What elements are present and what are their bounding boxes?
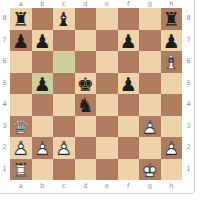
- chess-board-widget: ♜♝♜♟♟♟♟♝♗♟♚♟♞♛♕♟♙♟♙♟♙♟♙♟♙♜♖♚♔ aabbccddee…: [0, 0, 200, 200]
- file-label-bottom-f: f: [118, 182, 140, 190]
- square-a8[interactable]: ♜: [10, 8, 32, 30]
- rank-label-left-4: 4: [0, 94, 9, 116]
- square-e7[interactable]: [96, 30, 118, 52]
- square-d7[interactable]: [75, 30, 97, 52]
- square-f4[interactable]: [118, 94, 140, 116]
- file-label-bottom-d: d: [75, 182, 97, 190]
- rank-label-left-6: 6: [0, 51, 9, 73]
- file-label-top-f: f: [118, 0, 140, 8]
- square-b2[interactable]: ♟♙: [32, 137, 54, 159]
- black-bishop[interactable]: ♝: [53, 8, 75, 30]
- white-pawn[interactable]: ♟♙: [139, 116, 161, 138]
- rank-label-left-2: 2: [0, 137, 9, 159]
- square-h6[interactable]: ♝♗: [161, 51, 183, 73]
- file-label-top-d: d: [75, 0, 97, 8]
- black-king[interactable]: ♚: [75, 73, 97, 95]
- square-d8[interactable]: [75, 8, 97, 30]
- square-a5[interactable]: [10, 73, 32, 95]
- square-a6[interactable]: [10, 51, 32, 73]
- square-d5[interactable]: ♚: [75, 73, 97, 95]
- black-knight[interactable]: ♞: [75, 94, 97, 116]
- square-g1[interactable]: ♚♔: [139, 159, 161, 181]
- square-c6[interactable]: [53, 51, 75, 73]
- square-e6[interactable]: [96, 51, 118, 73]
- square-a3[interactable]: ♛♕: [10, 116, 32, 138]
- rank-label-right-6: 6: [184, 51, 193, 73]
- square-e5[interactable]: [96, 73, 118, 95]
- square-d2[interactable]: [75, 137, 97, 159]
- white-queen[interactable]: ♛♕: [10, 116, 32, 138]
- black-pawn[interactable]: ♟: [10, 30, 32, 52]
- square-h1[interactable]: [161, 159, 183, 181]
- square-g4[interactable]: [139, 94, 161, 116]
- black-rook[interactable]: ♜: [161, 8, 183, 30]
- square-d6[interactable]: [75, 51, 97, 73]
- square-d3[interactable]: [75, 116, 97, 138]
- square-e8[interactable]: [96, 8, 118, 30]
- square-d1[interactable]: [75, 159, 97, 181]
- square-g3[interactable]: ♟♙: [139, 116, 161, 138]
- square-c7[interactable]: [53, 30, 75, 52]
- square-e3[interactable]: [96, 116, 118, 138]
- rank-label-right-4: 4: [184, 94, 193, 116]
- file-label-bottom-h: h: [161, 182, 183, 190]
- square-b6[interactable]: [32, 51, 54, 73]
- square-h5[interactable]: [161, 73, 183, 95]
- square-a4[interactable]: [10, 94, 32, 116]
- square-g2[interactable]: [139, 137, 161, 159]
- file-label-top-h: h: [161, 0, 183, 8]
- white-pawn[interactable]: ♟♙: [53, 137, 75, 159]
- white-pawn[interactable]: ♟♙: [161, 137, 183, 159]
- file-label-top-a: a: [10, 0, 32, 8]
- square-g5[interactable]: [139, 73, 161, 95]
- square-b7[interactable]: ♟: [32, 30, 54, 52]
- square-g8[interactable]: [139, 8, 161, 30]
- square-g6[interactable]: [139, 51, 161, 73]
- file-label-bottom-a: a: [10, 182, 32, 190]
- file-label-top-b: b: [32, 0, 54, 8]
- square-a2[interactable]: ♟♙: [10, 137, 32, 159]
- rank-label-left-3: 3: [0, 116, 9, 138]
- square-h7[interactable]: ♟: [161, 30, 183, 52]
- square-h2[interactable]: ♟♙: [161, 137, 183, 159]
- file-label-top-c: c: [53, 0, 75, 8]
- square-c1[interactable]: [53, 159, 75, 181]
- square-b3[interactable]: [32, 116, 54, 138]
- file-label-bottom-b: b: [32, 182, 54, 190]
- square-f8[interactable]: [118, 8, 140, 30]
- square-g7[interactable]: [139, 30, 161, 52]
- square-f3[interactable]: [118, 116, 140, 138]
- file-label-top-g: g: [139, 0, 161, 8]
- rank-label-right-1: 1: [184, 159, 193, 181]
- square-c5[interactable]: [53, 73, 75, 95]
- square-h3[interactable]: [161, 116, 183, 138]
- white-king[interactable]: ♚♔: [139, 159, 161, 181]
- square-e4[interactable]: [96, 94, 118, 116]
- black-pawn[interactable]: ♟: [32, 30, 54, 52]
- black-pawn[interactable]: ♟: [32, 73, 54, 95]
- square-b5[interactable]: ♟: [32, 73, 54, 95]
- rank-label-right-5: 5: [184, 73, 193, 95]
- square-c2[interactable]: ♟♙: [53, 137, 75, 159]
- square-f1[interactable]: [118, 159, 140, 181]
- square-b8[interactable]: [32, 8, 54, 30]
- square-e1[interactable]: [96, 159, 118, 181]
- black-pawn[interactable]: ♟: [161, 30, 183, 52]
- square-a7[interactable]: ♟: [10, 30, 32, 52]
- file-label-bottom-c: c: [53, 182, 75, 190]
- square-d4[interactable]: ♞: [75, 94, 97, 116]
- rank-label-left-7: 7: [0, 30, 9, 52]
- square-c8[interactable]: ♝: [53, 8, 75, 30]
- square-h4[interactable]: [161, 94, 183, 116]
- file-label-bottom-g: g: [139, 182, 161, 190]
- square-f5[interactable]: ♟: [118, 73, 140, 95]
- black-pawn[interactable]: ♟: [118, 30, 140, 52]
- chess-board[interactable]: ♜♝♜♟♟♟♟♝♗♟♚♟♞♛♕♟♙♟♙♟♙♟♙♟♙♜♖♚♔: [10, 8, 182, 180]
- square-a1[interactable]: ♜♖: [10, 159, 32, 181]
- square-f7[interactable]: ♟: [118, 30, 140, 52]
- square-h8[interactable]: ♜: [161, 8, 183, 30]
- square-f2[interactable]: [118, 137, 140, 159]
- square-b4[interactable]: [32, 94, 54, 116]
- file-label-top-e: e: [96, 0, 118, 8]
- square-b1[interactable]: [32, 159, 54, 181]
- white-rook[interactable]: ♜♖: [10, 159, 32, 181]
- white-pawn[interactable]: ♟♙: [10, 137, 32, 159]
- rank-label-left-8: 8: [0, 8, 9, 30]
- black-rook[interactable]: ♜: [10, 8, 32, 30]
- square-f6[interactable]: [118, 51, 140, 73]
- square-c3[interactable]: [53, 116, 75, 138]
- white-bishop[interactable]: ♝♗: [161, 51, 183, 73]
- rank-label-left-5: 5: [0, 73, 9, 95]
- square-e2[interactable]: [96, 137, 118, 159]
- rank-label-left-1: 1: [0, 159, 9, 181]
- rank-label-right-8: 8: [184, 8, 193, 30]
- rank-label-right-3: 3: [184, 116, 193, 138]
- white-pawn[interactable]: ♟♙: [32, 137, 54, 159]
- file-label-bottom-e: e: [96, 182, 118, 190]
- square-c4[interactable]: [53, 94, 75, 116]
- rank-label-right-2: 2: [184, 137, 193, 159]
- rank-label-right-7: 7: [184, 30, 193, 52]
- black-pawn[interactable]: ♟: [118, 73, 140, 95]
